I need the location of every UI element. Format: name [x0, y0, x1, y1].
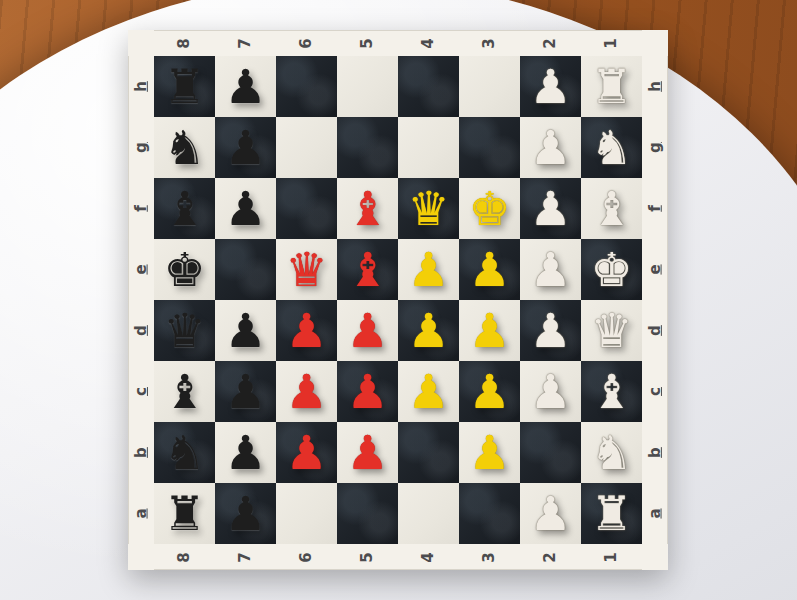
black-pawn-c7: ♟ — [224, 368, 266, 415]
square-e4: ♟ — [398, 239, 459, 300]
white-knight-b1: ♞ — [590, 429, 632, 476]
white-pawn-g2: ♟ — [529, 124, 571, 171]
square-a1: ♜ — [581, 483, 642, 544]
black-knight-b8: ♞ — [163, 429, 205, 476]
red-pawn-b6: ♟ — [285, 429, 327, 476]
white-king-e1: ♚ — [590, 246, 632, 293]
square-f3: ♚ — [459, 178, 520, 239]
square-h5 — [337, 56, 398, 117]
white-pawn-d2: ♟ — [529, 307, 571, 354]
black-knight-g8: ♞ — [163, 124, 205, 171]
white-bishop-f1: ♝ — [590, 185, 632, 232]
right-file-label-b: b — [642, 422, 668, 483]
square-d6: ♟ — [276, 300, 337, 361]
square-h8: ♜ — [154, 56, 215, 117]
left-file-label-g: g — [128, 117, 154, 178]
right-file-label-g: g — [642, 117, 668, 178]
red-queen-e6: ♛ — [285, 246, 327, 293]
square-b5: ♟ — [337, 422, 398, 483]
red-bishop-e5: ♝ — [346, 246, 388, 293]
top-rank-label-5: 5 — [337, 30, 398, 56]
left-file-label-c: c — [128, 361, 154, 422]
white-bishop-c1: ♝ — [590, 368, 632, 415]
square-h2: ♟ — [520, 56, 581, 117]
red-pawn-c5: ♟ — [346, 368, 388, 415]
square-e8: ♚ — [154, 239, 215, 300]
right-file-label-c: c — [642, 361, 668, 422]
black-rook-a8: ♜ — [163, 490, 205, 537]
square-c3: ♟ — [459, 361, 520, 422]
square-a5 — [337, 483, 398, 544]
top-rank-label-6: 6 — [276, 30, 337, 56]
top-rank-label-1: 1 — [581, 30, 642, 56]
square-c6: ♟ — [276, 361, 337, 422]
square-f4: ♛ — [398, 178, 459, 239]
white-rook-h1: ♜ — [590, 63, 632, 110]
square-a7: ♟ — [215, 483, 276, 544]
square-b3: ♟ — [459, 422, 520, 483]
square-f8: ♝ — [154, 178, 215, 239]
square-c5: ♟ — [337, 361, 398, 422]
square-g5 — [337, 117, 398, 178]
bottom-rank-label-5: 5 — [337, 544, 398, 570]
white-pawn-c2: ♟ — [529, 368, 571, 415]
square-e7 — [215, 239, 276, 300]
black-bishop-c8: ♝ — [163, 368, 205, 415]
top-rank-label-4: 4 — [398, 30, 459, 56]
black-king-e8: ♚ — [163, 246, 205, 293]
square-f1: ♝ — [581, 178, 642, 239]
square-f6 — [276, 178, 337, 239]
square-g8: ♞ — [154, 117, 215, 178]
yellow-queen-f4: ♛ — [407, 185, 449, 232]
black-pawn-a7: ♟ — [224, 490, 266, 537]
red-pawn-d6: ♟ — [285, 307, 327, 354]
top-rank-label-2: 2 — [520, 30, 581, 56]
white-pawn-h2: ♟ — [529, 63, 571, 110]
square-d8: ♛ — [154, 300, 215, 361]
square-c1: ♝ — [581, 361, 642, 422]
right-file-label-e: e — [642, 239, 668, 300]
white-pawn-e2: ♟ — [529, 246, 571, 293]
yellow-pawn-c4: ♟ — [407, 368, 449, 415]
chess-board: 87654321h♜♟♟♜hg♞♟♟♞gf♝♟♝♛♚♟♝fe♚♛♝♟♟♟♚ed♛… — [128, 30, 668, 570]
square-f2: ♟ — [520, 178, 581, 239]
square-h6 — [276, 56, 337, 117]
square-e1: ♚ — [581, 239, 642, 300]
square-d1: ♛ — [581, 300, 642, 361]
bottom-rank-label-6: 6 — [276, 544, 337, 570]
square-g3 — [459, 117, 520, 178]
black-rook-h8: ♜ — [163, 63, 205, 110]
yellow-pawn-d3: ♟ — [468, 307, 510, 354]
square-a4 — [398, 483, 459, 544]
left-file-label-f: f — [128, 178, 154, 239]
right-file-label-a: a — [642, 483, 668, 544]
square-b1: ♞ — [581, 422, 642, 483]
red-pawn-b5: ♟ — [346, 429, 388, 476]
square-g2: ♟ — [520, 117, 581, 178]
red-pawn-d5: ♟ — [346, 307, 388, 354]
black-pawn-d7: ♟ — [224, 307, 266, 354]
yellow-pawn-e4: ♟ — [407, 246, 449, 293]
yellow-pawn-c3: ♟ — [468, 368, 510, 415]
bottom-rank-label-1: 1 — [581, 544, 642, 570]
black-pawn-h7: ♟ — [224, 63, 266, 110]
bottom-rank-label-3: 3 — [459, 544, 520, 570]
square-c4: ♟ — [398, 361, 459, 422]
square-g6 — [276, 117, 337, 178]
bottom-rank-label-4: 4 — [398, 544, 459, 570]
square-c7: ♟ — [215, 361, 276, 422]
square-c2: ♟ — [520, 361, 581, 422]
square-f5: ♝ — [337, 178, 398, 239]
square-e2: ♟ — [520, 239, 581, 300]
top-rank-label-8: 8 — [154, 30, 215, 56]
yellow-pawn-e3: ♟ — [468, 246, 510, 293]
square-d2: ♟ — [520, 300, 581, 361]
square-c8: ♝ — [154, 361, 215, 422]
square-b7: ♟ — [215, 422, 276, 483]
square-d5: ♟ — [337, 300, 398, 361]
black-pawn-g7: ♟ — [224, 124, 266, 171]
square-e5: ♝ — [337, 239, 398, 300]
left-file-label-h: h — [128, 56, 154, 117]
red-pawn-c6: ♟ — [285, 368, 327, 415]
black-queen-d8: ♛ — [163, 307, 205, 354]
white-pawn-f2: ♟ — [529, 185, 571, 232]
top-rank-label-3: 3 — [459, 30, 520, 56]
square-b4 — [398, 422, 459, 483]
square-h3 — [459, 56, 520, 117]
square-b6: ♟ — [276, 422, 337, 483]
square-h1: ♜ — [581, 56, 642, 117]
left-file-label-b: b — [128, 422, 154, 483]
square-h7: ♟ — [215, 56, 276, 117]
square-a6 — [276, 483, 337, 544]
yellow-pawn-b3: ♟ — [468, 429, 510, 476]
yellow-pawn-d4: ♟ — [407, 307, 449, 354]
square-d7: ♟ — [215, 300, 276, 361]
bottom-rank-label-2: 2 — [520, 544, 581, 570]
square-d3: ♟ — [459, 300, 520, 361]
square-a3 — [459, 483, 520, 544]
board-border-corner — [642, 30, 668, 56]
square-b2 — [520, 422, 581, 483]
right-file-label-f: f — [642, 178, 668, 239]
left-file-label-e: e — [128, 239, 154, 300]
top-rank-label-7: 7 — [215, 30, 276, 56]
red-bishop-f5: ♝ — [346, 185, 388, 232]
bottom-rank-label-7: 7 — [215, 544, 276, 570]
square-a8: ♜ — [154, 483, 215, 544]
black-pawn-f7: ♟ — [224, 185, 266, 232]
square-g1: ♞ — [581, 117, 642, 178]
left-file-label-a: a — [128, 483, 154, 544]
square-b8: ♞ — [154, 422, 215, 483]
white-rook-a1: ♜ — [590, 490, 632, 537]
yellow-king-f3: ♚ — [468, 185, 510, 232]
square-d4: ♟ — [398, 300, 459, 361]
square-e3: ♟ — [459, 239, 520, 300]
left-file-label-d: d — [128, 300, 154, 361]
square-e6: ♛ — [276, 239, 337, 300]
square-g7: ♟ — [215, 117, 276, 178]
white-queen-d1: ♛ — [590, 307, 632, 354]
board-border-corner — [128, 30, 154, 56]
board-border-corner — [128, 544, 154, 570]
square-a2: ♟ — [520, 483, 581, 544]
board-border-corner — [642, 544, 668, 570]
white-knight-g1: ♞ — [590, 124, 632, 171]
black-pawn-b7: ♟ — [224, 429, 266, 476]
square-g4 — [398, 117, 459, 178]
white-pawn-a2: ♟ — [529, 490, 571, 537]
right-file-label-d: d — [642, 300, 668, 361]
square-h4 — [398, 56, 459, 117]
bottom-rank-label-8: 8 — [154, 544, 215, 570]
square-f7: ♟ — [215, 178, 276, 239]
black-bishop-f8: ♝ — [163, 185, 205, 232]
right-file-label-h: h — [642, 56, 668, 117]
